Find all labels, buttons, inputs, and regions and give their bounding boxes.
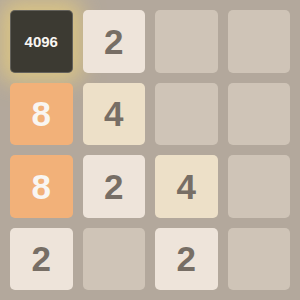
tile-r3c3: 4 <box>155 155 218 218</box>
tile-r2c3 <box>155 83 218 146</box>
tile-r4c4 <box>228 228 291 291</box>
tile-r1c1: 4096 <box>10 10 73 73</box>
tile-r4c3: 2 <box>155 228 218 291</box>
tile-r3c4 <box>228 155 291 218</box>
tile-r1c2: 2 <box>83 10 146 73</box>
tile-r4c2 <box>83 228 146 291</box>
tile-r3c1: 8 <box>10 155 73 218</box>
tile-r1c3 <box>155 10 218 73</box>
tile-r2c2: 4 <box>83 83 146 146</box>
tile-r2c4 <box>228 83 291 146</box>
tile-r4c1: 2 <box>10 228 73 291</box>
tile-r3c2: 2 <box>83 155 146 218</box>
tile-r1c4 <box>228 10 291 73</box>
tile-r2c1: 8 <box>10 83 73 146</box>
2048-board[interactable]: 4096 2 8 4 8 2 4 2 2 <box>0 0 300 300</box>
